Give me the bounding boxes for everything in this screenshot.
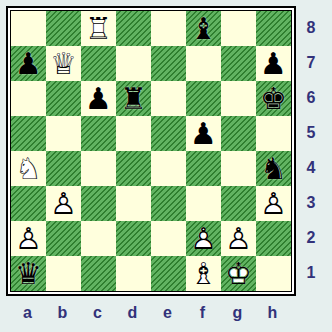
square-a8[interactable] — [11, 11, 46, 46]
square-g4[interactable] — [221, 151, 256, 186]
square-d7[interactable] — [116, 46, 151, 81]
square-a3[interactable] — [11, 186, 46, 221]
square-e6[interactable] — [151, 81, 186, 116]
file-label-h: h — [255, 302, 290, 324]
square-d2[interactable] — [116, 221, 151, 256]
square-g8[interactable] — [221, 11, 256, 46]
square-f3[interactable] — [186, 186, 221, 221]
rank-label-4: 4 — [298, 150, 324, 185]
white-pawn[interactable]: ♟♙ — [221, 221, 256, 256]
black-pawn[interactable]: ♟ — [186, 116, 221, 151]
square-h4[interactable]: ♞ — [256, 151, 291, 186]
square-b8[interactable] — [46, 11, 81, 46]
square-c3[interactable] — [81, 186, 116, 221]
square-h7[interactable]: ♟ — [256, 46, 291, 81]
square-b3[interactable]: ♟♙ — [46, 186, 81, 221]
file-label-d: d — [115, 302, 150, 324]
square-f5[interactable]: ♟ — [186, 116, 221, 151]
white-pawn[interactable]: ♟♙ — [46, 186, 81, 221]
file-label-f: f — [185, 302, 220, 324]
square-b6[interactable] — [46, 81, 81, 116]
square-c4[interactable] — [81, 151, 116, 186]
square-h5[interactable] — [256, 116, 291, 151]
file-label-g: g — [220, 302, 255, 324]
square-c2[interactable] — [81, 221, 116, 256]
rank-label-7: 7 — [298, 45, 324, 80]
square-g3[interactable] — [221, 186, 256, 221]
square-b5[interactable] — [46, 116, 81, 151]
file-label-b: b — [45, 302, 80, 324]
square-f1[interactable]: ♝♗ — [186, 256, 221, 291]
white-pawn[interactable]: ♟♙ — [256, 186, 291, 221]
square-b4[interactable] — [46, 151, 81, 186]
square-d8[interactable] — [116, 11, 151, 46]
rank-label-1: 1 — [298, 255, 324, 290]
square-a1[interactable]: ♛ — [11, 256, 46, 291]
rank-label-8: 8 — [298, 10, 324, 45]
file-label-e: e — [150, 302, 185, 324]
square-h6[interactable]: ♚ — [256, 81, 291, 116]
white-queen[interactable]: ♛♕ — [46, 46, 81, 81]
white-king[interactable]: ♚♔ — [221, 256, 256, 291]
chessboard: ♜♖♝♟♛♕♟♟♜♚♟♞♘♞♟♙♟♙♟♙♟♙♟♙♛♝♗♚♔ — [10, 10, 292, 292]
white-rook[interactable]: ♜♖ — [81, 11, 116, 46]
rank-label-3: 3 — [298, 185, 324, 220]
square-e8[interactable] — [151, 11, 186, 46]
square-a4[interactable]: ♞♘ — [11, 151, 46, 186]
square-b1[interactable] — [46, 256, 81, 291]
square-g2[interactable]: ♟♙ — [221, 221, 256, 256]
chessboard-frame: ♜♖♝♟♛♕♟♟♜♚♟♞♘♞♟♙♟♙♟♙♟♙♟♙♛♝♗♚♔ — [6, 6, 296, 296]
square-f6[interactable] — [186, 81, 221, 116]
square-d5[interactable] — [116, 116, 151, 151]
white-knight[interactable]: ♞♘ — [11, 151, 46, 186]
square-f8[interactable]: ♝ — [186, 11, 221, 46]
white-pawn[interactable]: ♟♙ — [11, 221, 46, 256]
square-c7[interactable] — [81, 46, 116, 81]
square-e5[interactable] — [151, 116, 186, 151]
square-e1[interactable] — [151, 256, 186, 291]
square-h8[interactable] — [256, 11, 291, 46]
square-e4[interactable] — [151, 151, 186, 186]
square-f7[interactable] — [186, 46, 221, 81]
square-h1[interactable] — [256, 256, 291, 291]
black-knight[interactable]: ♞ — [256, 151, 291, 186]
square-d3[interactable] — [116, 186, 151, 221]
square-g1[interactable]: ♚♔ — [221, 256, 256, 291]
square-e3[interactable] — [151, 186, 186, 221]
square-e2[interactable] — [151, 221, 186, 256]
square-g5[interactable] — [221, 116, 256, 151]
square-d1[interactable] — [116, 256, 151, 291]
file-coordinate-labels: abcdefgh — [10, 302, 290, 324]
black-rook[interactable]: ♜ — [116, 81, 151, 116]
square-h3[interactable]: ♟♙ — [256, 186, 291, 221]
black-bishop[interactable]: ♝ — [186, 11, 221, 46]
square-a6[interactable] — [11, 81, 46, 116]
rank-coordinate-labels: 87654321 — [298, 10, 324, 290]
rank-label-2: 2 — [298, 220, 324, 255]
black-pawn[interactable]: ♟ — [11, 46, 46, 81]
rank-label-6: 6 — [298, 80, 324, 115]
file-label-a: a — [10, 302, 45, 324]
square-a7[interactable]: ♟ — [11, 46, 46, 81]
square-c8[interactable]: ♜♖ — [81, 11, 116, 46]
black-pawn[interactable]: ♟ — [256, 46, 291, 81]
square-h2[interactable] — [256, 221, 291, 256]
square-a2[interactable]: ♟♙ — [11, 221, 46, 256]
square-b7[interactable]: ♛♕ — [46, 46, 81, 81]
square-d6[interactable]: ♜ — [116, 81, 151, 116]
square-g7[interactable] — [221, 46, 256, 81]
square-c5[interactable] — [81, 116, 116, 151]
square-f4[interactable] — [186, 151, 221, 186]
file-label-c: c — [80, 302, 115, 324]
rank-label-5: 5 — [298, 115, 324, 150]
white-pawn[interactable]: ♟♙ — [186, 221, 221, 256]
square-c1[interactable] — [81, 256, 116, 291]
black-pawn[interactable]: ♟ — [81, 81, 116, 116]
square-b2[interactable] — [46, 221, 81, 256]
square-e7[interactable] — [151, 46, 186, 81]
black-queen[interactable]: ♛ — [11, 256, 46, 291]
black-king[interactable]: ♚ — [256, 81, 291, 116]
square-c6[interactable]: ♟ — [81, 81, 116, 116]
square-g6[interactable] — [221, 81, 256, 116]
square-a5[interactable] — [11, 116, 46, 151]
square-d4[interactable] — [116, 151, 151, 186]
square-f2[interactable]: ♟♙ — [186, 221, 221, 256]
white-bishop[interactable]: ♝♗ — [186, 256, 221, 291]
